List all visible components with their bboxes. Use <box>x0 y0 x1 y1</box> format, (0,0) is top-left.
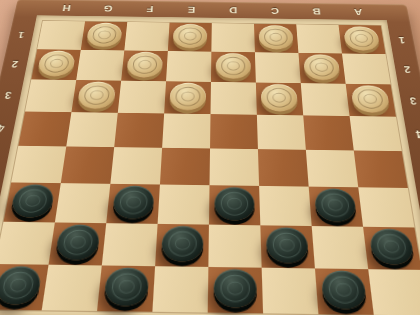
file-label-top-d: D <box>212 2 254 16</box>
square-f2[interactable] <box>121 50 168 81</box>
piece-groove-outer <box>110 273 142 300</box>
square-f1[interactable] <box>124 22 169 51</box>
square-e4[interactable] <box>162 113 210 148</box>
square-e5[interactable] <box>160 147 210 184</box>
piece-groove-inner <box>118 279 135 293</box>
square-b5[interactable] <box>306 149 358 186</box>
black-man-c7[interactable] <box>266 227 309 264</box>
square-c6[interactable] <box>259 185 312 225</box>
square-c3[interactable] <box>256 82 303 115</box>
white-man-e3[interactable] <box>169 82 206 110</box>
board-grid <box>0 20 420 315</box>
piece-groove-inner <box>355 33 368 42</box>
piece-groove-outer <box>349 29 375 46</box>
piece-groove-outer <box>1 271 36 298</box>
file-label-top-b: B <box>295 4 338 18</box>
white-man-g1[interactable] <box>86 22 123 47</box>
square-f7[interactable] <box>102 223 158 266</box>
piece-groove-outer <box>220 274 250 302</box>
square-f4[interactable] <box>114 112 164 147</box>
piece-groove-outer <box>375 233 408 259</box>
piece-groove-inner <box>50 58 64 67</box>
piece-groove-outer <box>119 190 149 214</box>
piece-groove-outer <box>356 89 384 109</box>
piece-groove-inner <box>90 90 104 100</box>
square-a7[interactable] <box>363 226 420 269</box>
black-man-g7[interactable] <box>55 224 101 260</box>
square-a3[interactable] <box>346 83 396 116</box>
piece-groove-inner <box>363 93 377 103</box>
white-man-c1[interactable] <box>258 24 293 49</box>
piece-groove-inner <box>315 62 329 71</box>
table-background: HGFEDCBA HGFEDCBA 12345678 12345678 <box>0 0 420 315</box>
black-man-h6[interactable] <box>10 184 56 218</box>
black-man-a7[interactable] <box>369 228 416 265</box>
square-g5[interactable] <box>61 146 114 183</box>
piece-groove-outer <box>221 56 246 74</box>
piece-groove-inner <box>227 61 240 70</box>
rank-label-right-1: 1 <box>390 25 415 54</box>
black-man-f6[interactable] <box>112 185 155 219</box>
black-man-b6[interactable] <box>314 188 357 222</box>
rank-label-right-2: 2 <box>395 54 420 85</box>
square-b2[interactable] <box>298 52 345 83</box>
white-man-c3[interactable] <box>261 83 299 111</box>
piece-groove-inner <box>383 239 400 252</box>
black-man-f8[interactable] <box>103 267 149 306</box>
piece-groove-outer <box>272 232 302 258</box>
square-c4[interactable] <box>257 114 306 149</box>
square-h3[interactable] <box>25 79 76 112</box>
piece-groove-inner <box>98 30 111 39</box>
piece-groove-inner <box>70 235 87 248</box>
black-man-b8[interactable] <box>321 270 368 309</box>
piece-groove-inner <box>272 92 286 102</box>
square-b8[interactable] <box>315 268 374 314</box>
black-man-d8[interactable] <box>214 268 258 307</box>
white-man-h2[interactable] <box>37 50 76 76</box>
square-d2[interactable] <box>211 51 256 82</box>
piece-groove-outer <box>175 86 201 105</box>
square-g7[interactable] <box>49 222 107 265</box>
piece-groove-outer <box>220 191 248 215</box>
piece-groove-inner <box>126 196 141 208</box>
piece-groove-outer <box>62 229 94 255</box>
piece-groove-inner <box>227 281 243 295</box>
square-f5[interactable] <box>110 147 162 184</box>
file-label-top-e: E <box>170 2 212 16</box>
piece-groove-outer <box>167 230 197 256</box>
square-a1[interactable] <box>338 24 385 53</box>
square-e2[interactable] <box>166 51 211 82</box>
square-d7[interactable] <box>208 224 261 267</box>
white-man-g3[interactable] <box>77 81 117 109</box>
square-h6[interactable] <box>4 182 61 222</box>
piece-groove-inner <box>279 238 295 251</box>
piece-groove-inner <box>328 198 344 210</box>
piece-groove-inner <box>270 32 283 41</box>
piece-groove-inner <box>175 237 190 250</box>
square-c5[interactable] <box>258 149 309 186</box>
square-b3[interactable] <box>301 83 350 116</box>
file-label-top-c: C <box>253 3 295 17</box>
piece-groove-inner <box>25 194 41 206</box>
piece-groove-outer <box>91 26 117 43</box>
square-e6[interactable] <box>158 184 210 224</box>
piece-groove-outer <box>83 85 111 104</box>
square-a8[interactable] <box>368 269 420 315</box>
piece-groove-outer <box>178 27 202 44</box>
square-b6[interactable] <box>309 186 363 226</box>
square-d3[interactable] <box>211 81 257 114</box>
square-g6[interactable] <box>55 183 110 223</box>
square-a4[interactable] <box>350 116 402 151</box>
square-e7[interactable] <box>155 223 209 266</box>
square-e1[interactable] <box>168 22 212 51</box>
piece-groove-outer <box>327 276 360 304</box>
square-d8[interactable] <box>208 266 263 312</box>
piece-groove-inner <box>9 278 27 292</box>
file-label-top-g: G <box>86 1 129 15</box>
piece-groove-inner <box>335 282 352 296</box>
white-man-d2[interactable] <box>216 52 251 78</box>
black-man-d6[interactable] <box>214 186 255 220</box>
black-man-e7[interactable] <box>161 225 204 261</box>
piece-groove-outer <box>43 54 71 72</box>
square-h1[interactable] <box>37 20 85 49</box>
white-man-a3[interactable] <box>350 85 390 113</box>
square-b4[interactable] <box>303 115 354 150</box>
square-c7[interactable] <box>260 225 315 268</box>
piece-groove-outer <box>132 55 158 73</box>
square-b7[interactable] <box>312 226 369 269</box>
square-g2[interactable] <box>76 49 124 80</box>
piece-groove-inner <box>184 31 197 40</box>
square-g4[interactable] <box>66 112 118 147</box>
square-c2[interactable] <box>255 52 301 83</box>
black-man-h8[interactable] <box>0 265 43 304</box>
square-g3[interactable] <box>71 80 121 113</box>
checkers-board: HGFEDCBA HGFEDCBA 12345678 12345678 <box>0 0 420 315</box>
square-h7[interactable] <box>0 221 55 264</box>
board-frame: HGFEDCBA HGFEDCBA 12345678 12345678 <box>0 0 420 315</box>
square-h8[interactable] <box>0 263 49 309</box>
square-f3[interactable] <box>118 80 166 113</box>
square-f8[interactable] <box>97 265 155 311</box>
square-d5[interactable] <box>210 148 260 185</box>
piece-groove-outer <box>266 87 292 106</box>
square-d1[interactable] <box>211 23 255 52</box>
white-man-f2[interactable] <box>126 51 163 77</box>
white-man-e1[interactable] <box>173 23 208 48</box>
white-man-b2[interactable] <box>303 54 341 80</box>
square-d6[interactable] <box>209 185 260 225</box>
file-label-top-a: A <box>336 4 380 18</box>
file-label-top-f: F <box>128 1 171 15</box>
playing-field <box>0 15 420 315</box>
square-h5[interactable] <box>11 145 66 182</box>
piece-groove-outer <box>320 193 350 217</box>
square-a6[interactable] <box>358 187 414 227</box>
square-e3[interactable] <box>164 81 211 114</box>
piece-groove-inner <box>227 197 241 209</box>
square-a2[interactable] <box>342 53 391 84</box>
square-g1[interactable] <box>81 21 128 50</box>
square-a5[interactable] <box>354 150 408 188</box>
square-h2[interactable] <box>31 49 80 80</box>
square-d4[interactable] <box>210 114 258 149</box>
piece-groove-inner <box>138 59 151 68</box>
piece-groove-outer <box>17 189 49 213</box>
piece-groove-inner <box>181 91 194 101</box>
square-b1[interactable] <box>296 24 342 53</box>
square-f6[interactable] <box>106 183 160 223</box>
white-man-a1[interactable] <box>343 26 380 51</box>
square-g8[interactable] <box>42 264 102 310</box>
square-e8[interactable] <box>152 266 208 312</box>
square-c1[interactable] <box>254 23 298 52</box>
file-label-top-h: H <box>44 0 88 14</box>
piece-groove-outer <box>264 28 289 45</box>
piece-groove-outer <box>309 57 335 75</box>
square-h4[interactable] <box>18 111 71 146</box>
square-c8[interactable] <box>262 267 319 313</box>
